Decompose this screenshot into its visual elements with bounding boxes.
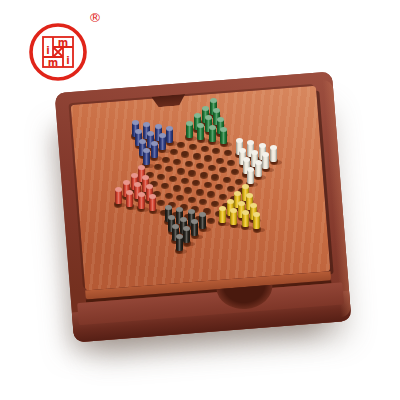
logo-letter-left: i [46, 45, 49, 56]
game-board-surface [71, 86, 331, 291]
wooden-box [55, 71, 352, 342]
brand-logo: m i i m ® [14, 4, 114, 94]
product-photo-scene: m i i m ® [0, 0, 400, 400]
logo-letter-top: m [58, 37, 68, 48]
logo-letter-bottom: m [48, 57, 58, 68]
registered-trademark: ® [89, 10, 102, 25]
logo-letter-right: i [66, 55, 69, 66]
